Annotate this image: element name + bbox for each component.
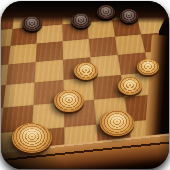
screen — [0, 0, 170, 170]
pieces-layer — [1, 1, 169, 169]
checker-piece-dark — [120, 9, 138, 23]
checker-piece-light — [100, 110, 134, 136]
checker-piece-light — [118, 77, 142, 95]
checker-piece-light — [12, 123, 52, 153]
checker-piece-dark — [97, 5, 115, 19]
checker-piece-light — [137, 59, 159, 76]
checker-piece-light — [74, 62, 98, 80]
checker-piece-dark — [71, 13, 91, 28]
checker-piece-light — [54, 90, 84, 113]
board-photo — [1, 1, 169, 169]
checker-piece-dark — [22, 16, 42, 31]
checkers-app-icon[interactable] — [1, 1, 169, 169]
